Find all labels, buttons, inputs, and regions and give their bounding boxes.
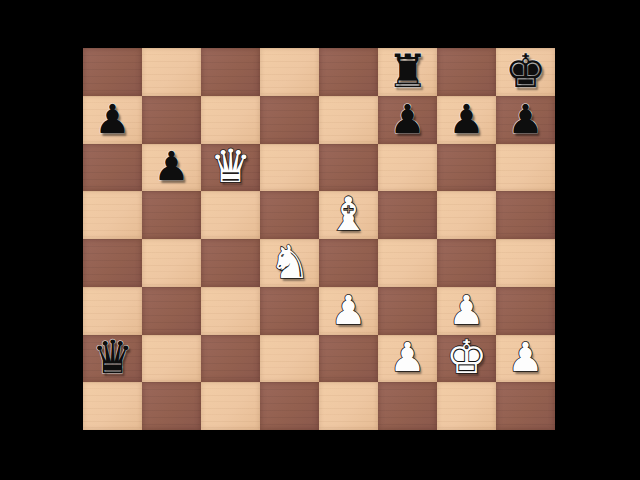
square-g4[interactable]	[437, 239, 496, 287]
square-f8[interactable]: ♜	[378, 48, 437, 96]
square-h1[interactable]	[496, 382, 555, 430]
square-b5[interactable]	[142, 191, 201, 239]
piece-black-pawn[interactable]: ♟	[154, 146, 190, 186]
piece-white-pawn[interactable]: ♟	[331, 290, 367, 330]
square-c5[interactable]	[201, 191, 260, 239]
piece-white-queen[interactable]: ♛	[210, 143, 251, 189]
square-e7[interactable]	[319, 96, 378, 144]
square-e4[interactable]	[319, 239, 378, 287]
square-f3[interactable]	[378, 287, 437, 335]
piece-white-king[interactable]: ♚	[446, 334, 487, 380]
square-a1[interactable]	[83, 382, 142, 430]
video-frame: ♜♚♟♟♟♟♟♛♝♞♟♟♛♟♚♟	[0, 0, 640, 480]
square-e8[interactable]	[319, 48, 378, 96]
square-d1[interactable]	[260, 382, 319, 430]
square-e1[interactable]	[319, 382, 378, 430]
piece-black-pawn[interactable]: ♟	[390, 99, 426, 139]
square-a6[interactable]	[83, 144, 142, 192]
square-g8[interactable]	[437, 48, 496, 96]
square-f7[interactable]: ♟	[378, 96, 437, 144]
square-h5[interactable]	[496, 191, 555, 239]
square-d6[interactable]	[260, 144, 319, 192]
square-g5[interactable]	[437, 191, 496, 239]
square-g7[interactable]: ♟	[437, 96, 496, 144]
square-b6[interactable]: ♟	[142, 144, 201, 192]
square-a8[interactable]	[83, 48, 142, 96]
square-g1[interactable]	[437, 382, 496, 430]
square-b8[interactable]	[142, 48, 201, 96]
square-a4[interactable]	[83, 239, 142, 287]
square-c8[interactable]	[201, 48, 260, 96]
square-c2[interactable]	[201, 335, 260, 383]
square-f2[interactable]: ♟	[378, 335, 437, 383]
piece-black-king[interactable]: ♚	[505, 48, 546, 94]
square-b2[interactable]	[142, 335, 201, 383]
square-h7[interactable]: ♟	[496, 96, 555, 144]
square-c6[interactable]: ♛	[201, 144, 260, 192]
piece-white-pawn[interactable]: ♟	[449, 290, 485, 330]
square-f6[interactable]	[378, 144, 437, 192]
square-f1[interactable]	[378, 382, 437, 430]
piece-black-pawn[interactable]: ♟	[449, 99, 485, 139]
square-d5[interactable]	[260, 191, 319, 239]
square-a3[interactable]	[83, 287, 142, 335]
square-f5[interactable]	[378, 191, 437, 239]
square-e3[interactable]: ♟	[319, 287, 378, 335]
square-e6[interactable]	[319, 144, 378, 192]
piece-white-bishop[interactable]: ♝	[328, 191, 369, 237]
piece-white-knight[interactable]: ♞	[269, 239, 310, 285]
square-f4[interactable]	[378, 239, 437, 287]
square-e5[interactable]: ♝	[319, 191, 378, 239]
square-g6[interactable]	[437, 144, 496, 192]
square-a2[interactable]: ♛	[83, 335, 142, 383]
square-g3[interactable]: ♟	[437, 287, 496, 335]
square-d3[interactable]	[260, 287, 319, 335]
piece-black-pawn[interactable]: ♟	[508, 99, 544, 139]
square-h3[interactable]	[496, 287, 555, 335]
square-b1[interactable]	[142, 382, 201, 430]
square-a5[interactable]	[83, 191, 142, 239]
square-d8[interactable]	[260, 48, 319, 96]
square-d4[interactable]: ♞	[260, 239, 319, 287]
square-b3[interactable]	[142, 287, 201, 335]
square-d2[interactable]	[260, 335, 319, 383]
piece-white-pawn[interactable]: ♟	[508, 337, 544, 377]
piece-black-queen[interactable]: ♛	[92, 334, 133, 380]
square-h8[interactable]: ♚	[496, 48, 555, 96]
piece-white-pawn[interactable]: ♟	[390, 337, 426, 377]
square-c4[interactable]	[201, 239, 260, 287]
square-a7[interactable]: ♟	[83, 96, 142, 144]
square-h4[interactable]	[496, 239, 555, 287]
square-c3[interactable]	[201, 287, 260, 335]
chess-board: ♜♚♟♟♟♟♟♛♝♞♟♟♛♟♚♟	[83, 48, 555, 430]
square-b4[interactable]	[142, 239, 201, 287]
square-c1[interactable]	[201, 382, 260, 430]
square-c7[interactable]	[201, 96, 260, 144]
square-b7[interactable]	[142, 96, 201, 144]
square-g2[interactable]: ♚	[437, 335, 496, 383]
square-d7[interactable]	[260, 96, 319, 144]
piece-black-rook[interactable]: ♜	[387, 48, 428, 94]
piece-black-pawn[interactable]: ♟	[95, 99, 131, 139]
square-h6[interactable]	[496, 144, 555, 192]
square-e2[interactable]	[319, 335, 378, 383]
square-h2[interactable]: ♟	[496, 335, 555, 383]
